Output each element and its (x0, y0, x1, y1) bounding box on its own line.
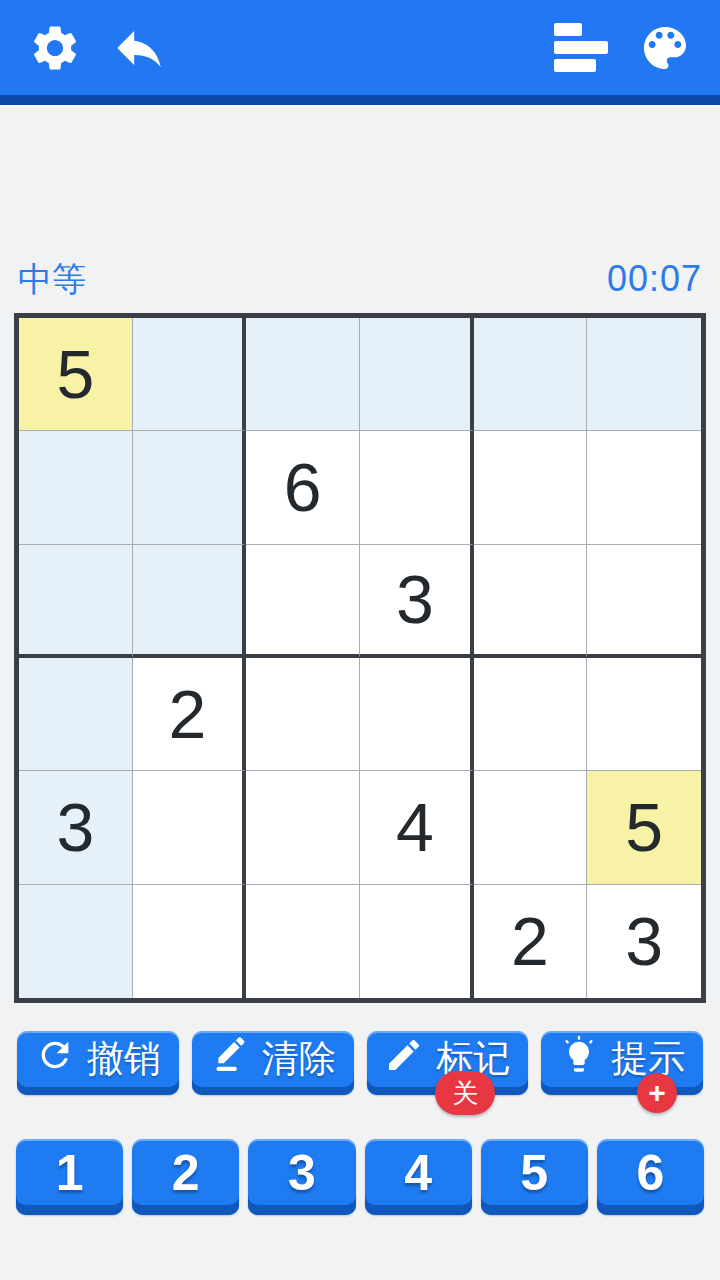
cell-r6c1[interactable] (19, 885, 133, 998)
mark-button[interactable]: 标记 关 (367, 1031, 529, 1095)
clear-label: 清除 (262, 1034, 336, 1084)
cell-r5c5[interactable] (474, 771, 588, 884)
undo-label: 撤销 (87, 1034, 161, 1084)
cell-r6c3[interactable] (246, 885, 360, 998)
cell-r5c4[interactable]: 4 (360, 771, 474, 884)
cell-r3c2[interactable] (133, 545, 247, 658)
cell-r2c1[interactable] (19, 431, 133, 544)
num-button-5[interactable]: 5 (481, 1139, 588, 1215)
undo-icon (35, 1035, 75, 1084)
cell-r4c5[interactable] (474, 658, 588, 771)
cell-r5c1[interactable]: 3 (19, 771, 133, 884)
num-button-1[interactable]: 1 (16, 1139, 123, 1215)
hint-icon (559, 1035, 599, 1084)
header-accent-strip (0, 95, 720, 107)
cell-r6c6[interactable]: 3 (587, 885, 701, 998)
leaderboard-button[interactable] (550, 17, 612, 79)
num-button-6[interactable]: 6 (597, 1139, 704, 1215)
status-row: 中等 00:07 (0, 257, 720, 303)
cell-r4c2[interactable]: 2 (133, 658, 247, 771)
difficulty-label: 中等 (18, 257, 86, 303)
cell-r3c1[interactable] (19, 545, 133, 658)
cell-r1c5[interactable] (474, 318, 588, 431)
cell-r2c3[interactable]: 6 (246, 431, 360, 544)
cell-r3c4[interactable]: 3 (360, 545, 474, 658)
cell-r3c3[interactable] (246, 545, 360, 658)
sudoku-grid: 563234523 (14, 313, 706, 1003)
num-button-2[interactable]: 2 (132, 1139, 239, 1215)
cell-r3c6[interactable] (587, 545, 701, 658)
timer: 00:07 (607, 258, 702, 300)
top-bar (0, 0, 720, 95)
palette-icon (637, 20, 693, 76)
palette-button[interactable] (634, 17, 696, 79)
cell-r1c1[interactable]: 5 (19, 318, 133, 431)
num-button-4[interactable]: 4 (365, 1139, 472, 1215)
cell-r1c2[interactable] (133, 318, 247, 431)
hint-button[interactable]: 提示 + (541, 1031, 703, 1095)
back-button[interactable] (108, 17, 170, 79)
numpad: 1 2 3 4 5 6 (0, 1139, 720, 1215)
cell-r3c5[interactable] (474, 545, 588, 658)
settings-button[interactable] (24, 17, 86, 79)
mark-off-badge: 关 (435, 1071, 495, 1115)
cell-r5c3[interactable] (246, 771, 360, 884)
cell-r4c1[interactable] (19, 658, 133, 771)
cell-r1c6[interactable] (587, 318, 701, 431)
undo-button[interactable]: 撤销 (17, 1031, 179, 1095)
cell-r1c4[interactable] (360, 318, 474, 431)
leaderboard-icon (554, 23, 608, 73)
cell-r4c4[interactable] (360, 658, 474, 771)
pencil-icon (384, 1035, 424, 1084)
cell-r2c2[interactable] (133, 431, 247, 544)
clear-button[interactable]: 清除 (192, 1031, 354, 1095)
cell-r5c6[interactable]: 5 (587, 771, 701, 884)
settings-icon (28, 21, 82, 75)
top-bar-left (24, 17, 170, 79)
cell-r4c3[interactable] (246, 658, 360, 771)
top-bar-right (550, 17, 696, 79)
cell-r2c6[interactable] (587, 431, 701, 544)
num-button-3[interactable]: 3 (248, 1139, 355, 1215)
cell-r1c3[interactable] (246, 318, 360, 431)
toolbar: 撤销 清除 标记 关 提示 + (0, 1031, 720, 1095)
back-icon (110, 19, 168, 77)
cell-r4c6[interactable] (587, 658, 701, 771)
cell-r6c5[interactable]: 2 (474, 885, 588, 998)
cell-r6c4[interactable] (360, 885, 474, 998)
hint-count-badge: + (637, 1073, 677, 1113)
cell-r2c5[interactable] (474, 431, 588, 544)
cell-r2c4[interactable] (360, 431, 474, 544)
cell-r6c2[interactable] (133, 885, 247, 998)
clear-icon (210, 1035, 250, 1084)
cell-r5c2[interactable] (133, 771, 247, 884)
